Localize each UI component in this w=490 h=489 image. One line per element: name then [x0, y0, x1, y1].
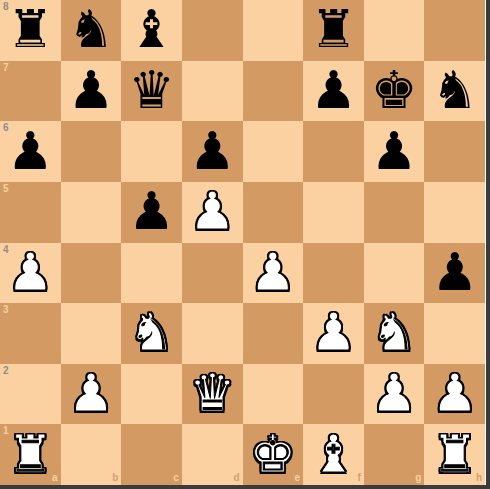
piece-black-pawn-g6[interactable]: ♟	[371, 121, 418, 180]
square-d4[interactable]	[182, 243, 243, 304]
square-b1[interactable]: b	[61, 424, 122, 485]
square-f7[interactable]: ♟	[303, 61, 364, 122]
piece-white-bishop-f1[interactable]: ♝	[310, 424, 357, 483]
square-f3[interactable]: ♟	[303, 303, 364, 364]
square-e8[interactable]	[243, 0, 304, 61]
square-h3[interactable]	[424, 303, 485, 364]
file-label-f: f	[357, 473, 360, 483]
square-h6[interactable]	[424, 121, 485, 182]
square-a5[interactable]: 5	[0, 182, 61, 243]
square-a2[interactable]: 2	[0, 364, 61, 425]
piece-black-pawn-d6[interactable]: ♟	[189, 121, 236, 180]
square-c2[interactable]	[121, 364, 182, 425]
piece-black-rook-f8[interactable]: ♜	[310, 0, 357, 59]
square-f1[interactable]: f♝	[303, 424, 364, 485]
piece-white-knight-g3[interactable]: ♞	[371, 303, 418, 362]
square-a6[interactable]: 6♟	[0, 121, 61, 182]
piece-black-bishop-c8[interactable]: ♝	[128, 0, 175, 59]
piece-white-pawn-b2[interactable]: ♟	[68, 364, 115, 423]
piece-white-knight-c3[interactable]: ♞	[128, 303, 175, 362]
file-label-g: g	[415, 473, 421, 483]
square-e4[interactable]: ♟	[243, 243, 304, 304]
square-c1[interactable]: c	[121, 424, 182, 485]
square-e5[interactable]	[243, 182, 304, 243]
square-h8[interactable]	[424, 0, 485, 61]
square-f2[interactable]	[303, 364, 364, 425]
square-g7[interactable]: ♚	[364, 61, 425, 122]
square-b6[interactable]	[61, 121, 122, 182]
square-e7[interactable]	[243, 61, 304, 122]
square-a4[interactable]: 4♟	[0, 243, 61, 304]
piece-black-pawn-f7[interactable]: ♟	[310, 61, 357, 120]
square-f8[interactable]: ♜	[303, 0, 364, 61]
square-c4[interactable]	[121, 243, 182, 304]
piece-white-rook-h1[interactable]: ♜	[431, 424, 478, 483]
square-g4[interactable]	[364, 243, 425, 304]
piece-black-pawn-c5[interactable]: ♟	[128, 182, 175, 241]
square-b8[interactable]: ♞	[61, 0, 122, 61]
rank-label-5: 5	[3, 184, 9, 194]
piece-black-pawn-a6[interactable]: ♟	[7, 121, 54, 180]
rank-label-2: 2	[3, 366, 9, 376]
piece-white-pawn-d5[interactable]: ♟	[189, 182, 236, 241]
square-a8[interactable]: 8♜	[0, 0, 61, 61]
square-h5[interactable]	[424, 182, 485, 243]
square-g2[interactable]: ♟	[364, 364, 425, 425]
piece-black-rook-a8[interactable]: ♜	[7, 0, 54, 59]
square-e2[interactable]	[243, 364, 304, 425]
square-c5[interactable]: ♟	[121, 182, 182, 243]
square-c3[interactable]: ♞	[121, 303, 182, 364]
piece-black-pawn-h4[interactable]: ♟	[431, 243, 478, 302]
piece-white-pawn-h2[interactable]: ♟	[431, 364, 478, 423]
square-c7[interactable]: ♛	[121, 61, 182, 122]
square-f4[interactable]	[303, 243, 364, 304]
square-g1[interactable]: g	[364, 424, 425, 485]
square-e3[interactable]	[243, 303, 304, 364]
piece-black-pawn-b7[interactable]: ♟	[68, 61, 115, 120]
square-a7[interactable]: 7	[0, 61, 61, 122]
square-a1[interactable]: 1a♜	[0, 424, 61, 485]
square-b5[interactable]	[61, 182, 122, 243]
file-label-c: c	[173, 473, 179, 483]
piece-black-queen-c7[interactable]: ♛	[128, 61, 175, 120]
piece-white-pawn-g2[interactable]: ♟	[371, 364, 418, 423]
square-f5[interactable]	[303, 182, 364, 243]
square-d8[interactable]	[182, 0, 243, 61]
square-h4[interactable]: ♟	[424, 243, 485, 304]
square-d1[interactable]: d	[182, 424, 243, 485]
piece-white-king-e1[interactable]: ♚	[250, 424, 297, 483]
piece-black-knight-b8[interactable]: ♞	[68, 0, 115, 59]
square-d6[interactable]: ♟	[182, 121, 243, 182]
rank-label-3: 3	[3, 305, 9, 315]
square-f6[interactable]	[303, 121, 364, 182]
square-h1[interactable]: h♜	[424, 424, 485, 485]
square-b3[interactable]	[61, 303, 122, 364]
rank-label-7: 7	[3, 63, 9, 73]
square-d2[interactable]: ♛	[182, 364, 243, 425]
square-g6[interactable]: ♟	[364, 121, 425, 182]
piece-white-queen-d2[interactable]: ♛	[189, 364, 236, 423]
square-d3[interactable]	[182, 303, 243, 364]
square-b2[interactable]: ♟	[61, 364, 122, 425]
square-c6[interactable]	[121, 121, 182, 182]
piece-white-rook-a1[interactable]: ♜	[7, 424, 54, 483]
square-b7[interactable]: ♟	[61, 61, 122, 122]
square-g8[interactable]	[364, 0, 425, 61]
piece-white-pawn-f3[interactable]: ♟	[310, 303, 357, 362]
square-h7[interactable]: ♞	[424, 61, 485, 122]
file-label-b: b	[112, 473, 118, 483]
square-g3[interactable]: ♞	[364, 303, 425, 364]
file-label-d: d	[233, 473, 239, 483]
piece-black-knight-h7[interactable]: ♞	[431, 61, 478, 120]
square-g5[interactable]	[364, 182, 425, 243]
square-b4[interactable]	[61, 243, 122, 304]
square-d5[interactable]: ♟	[182, 182, 243, 243]
square-c8[interactable]: ♝	[121, 0, 182, 61]
chess-board-frame: 8♜♞♝♜7♟♛♟♚♞6♟♟♟5♟♟4♟♟♟3♞♟♞2♟♛♟♟1a♜bcde♚f…	[0, 0, 490, 489]
square-e6[interactable]	[243, 121, 304, 182]
square-h2[interactable]: ♟	[424, 364, 485, 425]
chess-board: 8♜♞♝♜7♟♛♟♚♞6♟♟♟5♟♟4♟♟♟3♞♟♞2♟♛♟♟1a♜bcde♚f…	[0, 0, 486, 485]
square-d7[interactable]	[182, 61, 243, 122]
piece-white-pawn-a4[interactable]: ♟	[7, 243, 54, 302]
piece-white-pawn-e4[interactable]: ♟	[250, 243, 297, 302]
square-a3[interactable]: 3	[0, 303, 61, 364]
chess-app: 8♜♞♝♜7♟♛♟♚♞6♟♟♟5♟♟4♟♟♟3♞♟♞2♟♛♟♟1a♜bcde♚f…	[0, 0, 490, 489]
piece-black-king-g7[interactable]: ♚	[371, 61, 418, 120]
square-e1[interactable]: e♚	[243, 424, 304, 485]
